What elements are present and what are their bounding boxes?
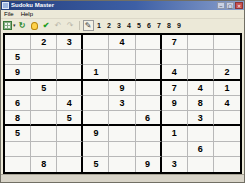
cell-r2c9[interactable]: [214, 50, 240, 65]
cell-r1c6[interactable]: [136, 35, 162, 50]
maximize-button[interactable]: ▢: [226, 2, 234, 9]
cell-r9c6[interactable]: 9: [136, 157, 162, 172]
cell-r5c3[interactable]: 4: [57, 96, 83, 111]
cell-r6c6[interactable]: 6: [136, 111, 162, 126]
number-button-5[interactable]: 5: [136, 20, 143, 31]
sudoku-board: 23475914259741643984856359168593: [3, 33, 242, 174]
lightbulb-icon: [31, 22, 38, 30]
app-window: Sudoku Master – ▢ ✕ File Help ▾ ↻ ✔ ↶ ↷: [0, 0, 245, 183]
cell-r8c2[interactable]: [31, 142, 57, 157]
cell-r7c3[interactable]: [57, 126, 83, 141]
cell-r2c6[interactable]: [136, 50, 162, 65]
cell-r7c4[interactable]: 9: [83, 126, 109, 141]
cell-r1c2[interactable]: 2: [31, 35, 57, 50]
cell-r3c7[interactable]: 4: [162, 65, 188, 80]
window-title: Sudoku Master: [11, 1, 215, 10]
cell-r2c3[interactable]: [57, 50, 83, 65]
cell-r9c2[interactable]: 8: [31, 157, 57, 172]
cell-r1c9[interactable]: [214, 35, 240, 50]
redo-button[interactable]: ↷: [65, 20, 76, 31]
cell-r2c4[interactable]: [83, 50, 109, 65]
cell-r4c1[interactable]: [5, 81, 31, 96]
cell-r5c4[interactable]: [83, 96, 109, 111]
cell-r9c8[interactable]: [188, 157, 214, 172]
cell-r7c9[interactable]: [214, 126, 240, 141]
cell-r4c2[interactable]: 5: [31, 81, 57, 96]
hint-button[interactable]: [29, 20, 40, 31]
pencil-button[interactable]: ✎: [83, 20, 94, 31]
cell-r4c7[interactable]: 7: [162, 81, 188, 96]
check-icon: ✔: [43, 20, 50, 31]
cell-r5c8[interactable]: 8: [188, 96, 214, 111]
title-bar: Sudoku Master – ▢ ✕: [1, 1, 244, 10]
status-bar: [1, 174, 244, 182]
cell-r4c3[interactable]: [57, 81, 83, 96]
undo-icon: ↶: [55, 20, 62, 31]
number-button-9[interactable]: 9: [176, 20, 183, 31]
cell-r8c3[interactable]: [57, 142, 83, 157]
number-button-6[interactable]: 6: [146, 20, 153, 31]
cell-r5c5[interactable]: 3: [109, 96, 135, 111]
cell-r6c3[interactable]: 5: [57, 111, 83, 126]
cell-r5c6[interactable]: [136, 96, 162, 111]
cell-r7c2[interactable]: [31, 126, 57, 141]
toolbar: ▾ ↻ ✔ ↶ ↷ ✎ 1 2 3 4 5 6 7 8 9: [1, 19, 244, 32]
number-button-3[interactable]: 3: [116, 20, 123, 31]
refresh-icon: ↻: [19, 20, 26, 31]
cell-r5c7[interactable]: 9: [162, 96, 188, 111]
undo-button[interactable]: ↶: [53, 20, 64, 31]
new-grid-icon: [3, 21, 12, 30]
cell-r5c2[interactable]: [31, 96, 57, 111]
cell-r8c4[interactable]: [83, 142, 109, 157]
cell-r9c9[interactable]: [214, 157, 240, 172]
cell-r1c8[interactable]: [188, 35, 214, 50]
cell-r5c9[interactable]: 4: [214, 96, 240, 111]
cell-r3c9[interactable]: 2: [214, 65, 240, 80]
cell-r4c9[interactable]: 1: [214, 81, 240, 96]
cell-r6c7[interactable]: [162, 111, 188, 126]
number-button-1[interactable]: 1: [96, 20, 103, 31]
cell-r2c1[interactable]: 5: [5, 50, 31, 65]
pencil-icon: ✎: [85, 20, 92, 31]
cell-r9c5[interactable]: [109, 157, 135, 172]
window-controls: – ▢ ✕: [217, 2, 243, 9]
new-puzzle-button[interactable]: ▾: [3, 20, 16, 31]
cell-r8c9[interactable]: [214, 142, 240, 157]
cell-r1c5[interactable]: 4: [109, 35, 135, 50]
close-button[interactable]: ✕: [235, 2, 243, 9]
cell-r2c5[interactable]: [109, 50, 135, 65]
cell-r2c7[interactable]: [162, 50, 188, 65]
cell-r1c3[interactable]: 3: [57, 35, 83, 50]
number-button-8[interactable]: 8: [166, 20, 173, 31]
number-button-2[interactable]: 2: [106, 20, 113, 31]
cell-r6c4[interactable]: [83, 111, 109, 126]
minimize-button[interactable]: –: [217, 2, 225, 9]
cell-r6c2[interactable]: [31, 111, 57, 126]
cell-r3c6[interactable]: [136, 65, 162, 80]
menu-help[interactable]: Help: [21, 10, 33, 18]
toolbar-separator: [79, 21, 80, 30]
chevron-down-icon[interactable]: ▾: [13, 20, 16, 31]
cell-r7c8[interactable]: [188, 126, 214, 141]
check-button[interactable]: ✔: [41, 20, 52, 31]
cell-r6c8[interactable]: 3: [188, 111, 214, 126]
cell-r3c8[interactable]: [188, 65, 214, 80]
redo-icon: ↷: [67, 20, 74, 31]
cell-r1c4[interactable]: [83, 35, 109, 50]
refresh-button[interactable]: ↻: [17, 20, 28, 31]
app-icon: [2, 2, 9, 9]
menu-file[interactable]: File: [4, 10, 14, 18]
cell-r3c2[interactable]: [31, 65, 57, 80]
cell-r4c6[interactable]: [136, 81, 162, 96]
cell-r8c8[interactable]: 6: [188, 142, 214, 157]
cell-r9c1[interactable]: [5, 157, 31, 172]
cell-r1c7[interactable]: 7: [162, 35, 188, 50]
cell-r6c1[interactable]: 8: [5, 111, 31, 126]
menu-bar: File Help: [1, 10, 244, 19]
cell-r3c1[interactable]: 9: [5, 65, 31, 80]
cell-r1c1[interactable]: [5, 35, 31, 50]
cell-r3c3[interactable]: [57, 65, 83, 80]
cell-r8c7[interactable]: [162, 142, 188, 157]
cell-r9c7[interactable]: 3: [162, 157, 188, 172]
cell-r8c5[interactable]: [109, 142, 135, 157]
cell-r7c1[interactable]: 5: [5, 126, 31, 141]
cell-r6c9[interactable]: [214, 111, 240, 126]
cell-r4c8[interactable]: 4: [188, 81, 214, 96]
cell-r7c5[interactable]: [109, 126, 135, 141]
cell-r4c5[interactable]: 9: [109, 81, 135, 96]
cell-r3c5[interactable]: [109, 65, 135, 80]
cell-r2c2[interactable]: [31, 50, 57, 65]
cell-r2c8[interactable]: [188, 50, 214, 65]
cell-r3c4[interactable]: 1: [83, 65, 109, 80]
cell-r6c5[interactable]: [109, 111, 135, 126]
cell-r9c3[interactable]: [57, 157, 83, 172]
cell-r8c1[interactable]: [5, 142, 31, 157]
number-button-7[interactable]: 7: [156, 20, 163, 31]
cell-r8c6[interactable]: [136, 142, 162, 157]
cell-r7c7[interactable]: 1: [162, 126, 188, 141]
cell-r5c1[interactable]: 6: [5, 96, 31, 111]
cell-r9c4[interactable]: 5: [83, 157, 109, 172]
cell-r4c4[interactable]: [83, 81, 109, 96]
cell-r7c6[interactable]: [136, 126, 162, 141]
number-button-4[interactable]: 4: [126, 20, 133, 31]
